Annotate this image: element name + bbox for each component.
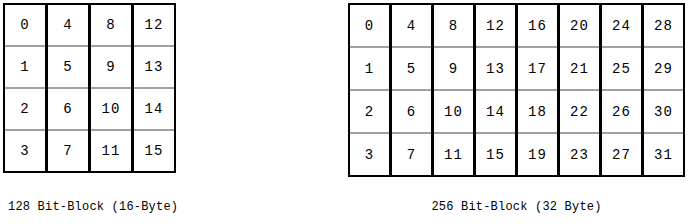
byte-cell-9: 9 xyxy=(434,46,473,89)
byte-cell-2: 2 xyxy=(5,87,45,129)
block-column: 0123 xyxy=(348,3,391,177)
block-column: 4567 xyxy=(46,3,90,173)
byte-cell-0: 0 xyxy=(5,5,45,45)
byte-cell-19: 19 xyxy=(518,132,557,175)
byte-cell-10: 10 xyxy=(434,89,473,132)
byte-cell-6: 6 xyxy=(48,87,88,129)
byte-cell-7: 7 xyxy=(392,132,431,175)
byte-cell-17: 17 xyxy=(518,46,557,89)
byte-cell-21: 21 xyxy=(560,46,599,89)
block-column: 16171819 xyxy=(516,3,559,177)
byte-cell-14: 14 xyxy=(134,87,174,129)
byte-cell-30: 30 xyxy=(644,89,683,132)
byte-cell-8: 8 xyxy=(434,5,473,46)
byte-cell-13: 13 xyxy=(476,46,515,89)
byte-cell-2: 2 xyxy=(350,89,389,132)
byte-cell-31: 31 xyxy=(644,132,683,175)
block-column: 891011 xyxy=(432,3,475,177)
byte-cell-22: 22 xyxy=(560,89,599,132)
byte-cell-7: 7 xyxy=(48,129,88,171)
byte-cell-27: 27 xyxy=(602,132,641,175)
byte-cell-9: 9 xyxy=(91,45,131,87)
block-column: 891011 xyxy=(89,3,133,173)
byte-cell-15: 15 xyxy=(134,129,174,171)
block-column: 28293031 xyxy=(642,3,685,177)
byte-cell-15: 15 xyxy=(476,132,515,175)
byte-cell-12: 12 xyxy=(476,5,515,46)
byte-cell-12: 12 xyxy=(134,5,174,45)
byte-cell-3: 3 xyxy=(350,132,389,175)
byte-cell-16: 16 xyxy=(518,5,557,46)
block-column: 0123 xyxy=(3,3,47,173)
byte-cell-0: 0 xyxy=(350,5,389,46)
block-column: 24252627 xyxy=(600,3,643,177)
byte-cell-14: 14 xyxy=(476,89,515,132)
byte-cell-26: 26 xyxy=(602,89,641,132)
byte-cell-5: 5 xyxy=(392,46,431,89)
byte-cell-11: 11 xyxy=(91,129,131,171)
byte-cell-8: 8 xyxy=(91,5,131,45)
byte-cell-20: 20 xyxy=(560,5,599,46)
byte-cell-1: 1 xyxy=(350,46,389,89)
byte-cell-4: 4 xyxy=(392,5,431,46)
block-column: 12131415 xyxy=(474,3,517,177)
byte-cell-3: 3 xyxy=(5,129,45,171)
byte-cell-23: 23 xyxy=(560,132,599,175)
byte-cell-5: 5 xyxy=(48,45,88,87)
byte-cell-4: 4 xyxy=(48,5,88,45)
byte-cell-13: 13 xyxy=(134,45,174,87)
byte-cell-29: 29 xyxy=(644,46,683,89)
byte-cell-28: 28 xyxy=(644,5,683,46)
bit-block-grid-128: 0123456789101112131415 xyxy=(3,3,176,173)
byte-cell-18: 18 xyxy=(518,89,557,132)
bit-block-grid-256: 0123456789101112131415161718192021222324… xyxy=(348,3,685,177)
byte-cell-10: 10 xyxy=(91,87,131,129)
block-column: 12131415 xyxy=(132,3,176,173)
byte-cell-24: 24 xyxy=(602,5,641,46)
byte-cell-6: 6 xyxy=(392,89,431,132)
block-column: 4567 xyxy=(390,3,433,177)
byte-cell-25: 25 xyxy=(602,46,641,89)
caption-128-bit-block: 128 Bit-Block (16-Byte) xyxy=(8,200,178,214)
block-column: 20212223 xyxy=(558,3,601,177)
byte-cell-11: 11 xyxy=(434,132,473,175)
caption-256-bit-block: 256 Bit-Block (32 Byte) xyxy=(348,200,685,214)
byte-cell-1: 1 xyxy=(5,45,45,87)
